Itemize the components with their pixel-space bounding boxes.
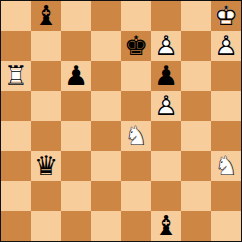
piece-white-knight[interactable]: ♞♘	[211, 151, 241, 181]
square-f6[interactable]: ♟	[151, 61, 181, 91]
square-a1[interactable]	[1, 211, 31, 241]
square-a5[interactable]	[1, 91, 31, 121]
square-g7[interactable]	[181, 31, 211, 61]
piece-black-pawn[interactable]: ♟	[151, 61, 181, 91]
square-f4[interactable]	[151, 121, 181, 151]
square-g6[interactable]	[181, 61, 211, 91]
square-c4[interactable]	[61, 121, 91, 151]
piece-white-rook[interactable]: ♜♖	[1, 61, 31, 91]
square-h7[interactable]: ♟♙	[211, 31, 241, 61]
piece-white-king[interactable]: ♚♔	[211, 1, 241, 31]
square-b3[interactable]: ♛	[31, 151, 61, 181]
piece-glyph: ♝	[151, 211, 181, 241]
square-c5[interactable]	[61, 91, 91, 121]
square-d2[interactable]	[91, 181, 121, 211]
piece-white-knight[interactable]: ♞♘	[121, 121, 151, 151]
square-b4[interactable]	[31, 121, 61, 151]
piece-black-pawn[interactable]: ♟	[61, 61, 91, 91]
square-e2[interactable]	[121, 181, 151, 211]
square-e4[interactable]: ♞♘	[121, 121, 151, 151]
square-e1[interactable]	[121, 211, 151, 241]
square-h8[interactable]: ♚♔	[211, 1, 241, 31]
square-b7[interactable]	[31, 31, 61, 61]
square-g8[interactable]	[181, 1, 211, 31]
square-h1[interactable]	[211, 211, 241, 241]
square-d5[interactable]	[91, 91, 121, 121]
square-d4[interactable]	[91, 121, 121, 151]
square-d6[interactable]	[91, 61, 121, 91]
piece-black-queen[interactable]: ♛	[31, 151, 61, 181]
chess-board: ♝♚♔♚♟♙♟♙♜♖♟♟♟♙♞♘♛♞♘♝	[1, 1, 241, 241]
square-h3[interactable]: ♞♘	[211, 151, 241, 181]
piece-glyph: ♚	[121, 31, 151, 61]
piece-white-pawn[interactable]: ♟♙	[151, 91, 181, 121]
square-c2[interactable]	[61, 181, 91, 211]
piece-outline: ♙	[151, 91, 181, 121]
square-b2[interactable]	[31, 181, 61, 211]
piece-glyph: ♛	[31, 151, 61, 181]
piece-outline: ♙	[211, 31, 241, 61]
square-a2[interactable]	[1, 181, 31, 211]
square-h4[interactable]	[211, 121, 241, 151]
square-e7[interactable]: ♚	[121, 31, 151, 61]
piece-outline: ♘	[211, 151, 241, 181]
piece-black-bishop[interactable]: ♝	[31, 1, 61, 31]
square-a6[interactable]: ♜♖	[1, 61, 31, 91]
square-d7[interactable]	[91, 31, 121, 61]
piece-white-pawn[interactable]: ♟♙	[211, 31, 241, 61]
square-f3[interactable]	[151, 151, 181, 181]
piece-black-bishop[interactable]: ♝	[151, 211, 181, 241]
square-f5[interactable]: ♟♙	[151, 91, 181, 121]
piece-glyph: ♟	[151, 61, 181, 91]
piece-white-pawn[interactable]: ♟♙	[151, 31, 181, 61]
chess-board-frame: ♝♚♔♚♟♙♟♙♜♖♟♟♟♙♞♘♛♞♘♝	[0, 0, 242, 242]
square-h2[interactable]	[211, 181, 241, 211]
piece-glyph: ♟	[61, 61, 91, 91]
square-a3[interactable]	[1, 151, 31, 181]
square-b6[interactable]	[31, 61, 61, 91]
piece-outline: ♔	[211, 1, 241, 31]
square-e5[interactable]	[121, 91, 151, 121]
square-e3[interactable]	[121, 151, 151, 181]
square-c6[interactable]: ♟	[61, 61, 91, 91]
square-d8[interactable]	[91, 1, 121, 31]
square-g4[interactable]	[181, 121, 211, 151]
piece-outline: ♘	[121, 121, 151, 151]
square-f2[interactable]	[151, 181, 181, 211]
square-h5[interactable]	[211, 91, 241, 121]
square-g1[interactable]	[181, 211, 211, 241]
square-e8[interactable]	[121, 1, 151, 31]
piece-outline: ♖	[1, 61, 31, 91]
square-b5[interactable]	[31, 91, 61, 121]
square-b8[interactable]: ♝	[31, 1, 61, 31]
square-c8[interactable]	[61, 1, 91, 31]
square-e6[interactable]	[121, 61, 151, 91]
square-c3[interactable]	[61, 151, 91, 181]
piece-black-king[interactable]: ♚	[121, 31, 151, 61]
square-d1[interactable]	[91, 211, 121, 241]
square-a8[interactable]	[1, 1, 31, 31]
piece-glyph: ♝	[31, 1, 61, 31]
square-a4[interactable]	[1, 121, 31, 151]
square-f1[interactable]: ♝	[151, 211, 181, 241]
square-f8[interactable]	[151, 1, 181, 31]
square-g5[interactable]	[181, 91, 211, 121]
square-d3[interactable]	[91, 151, 121, 181]
square-b1[interactable]	[31, 211, 61, 241]
square-a7[interactable]	[1, 31, 31, 61]
square-h6[interactable]	[211, 61, 241, 91]
square-c1[interactable]	[61, 211, 91, 241]
square-g3[interactable]	[181, 151, 211, 181]
square-f7[interactable]: ♟♙	[151, 31, 181, 61]
piece-outline: ♙	[151, 31, 181, 61]
square-c7[interactable]	[61, 31, 91, 61]
square-g2[interactable]	[181, 181, 211, 211]
